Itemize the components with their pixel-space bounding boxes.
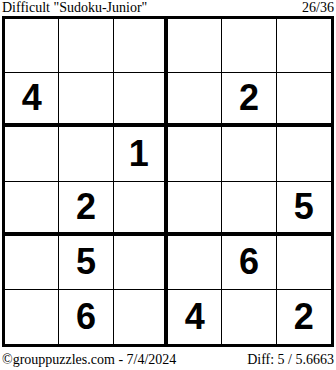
cell-r6c3-empty[interactable] <box>114 290 168 344</box>
cell-r1c2-empty[interactable] <box>59 19 113 73</box>
sudoku-board: 4212556642 <box>2 16 334 347</box>
cell-r4c3-empty[interactable] <box>114 182 168 236</box>
cell-r6c4-given-4: 4 <box>168 290 222 344</box>
header: Difficult "Sudoku-Junior" 26/36 <box>2 0 334 16</box>
solved-counter: 26/36 <box>302 0 334 15</box>
cell-r3c3-given-1: 1 <box>114 127 168 181</box>
cell-r3c6-empty[interactable] <box>277 127 331 181</box>
cell-r2c3-empty[interactable] <box>114 73 168 127</box>
cell-r6c2-given-6: 6 <box>59 290 113 344</box>
cell-r6c5-empty[interactable] <box>222 290 276 344</box>
cell-r2c5-given-2: 2 <box>222 73 276 127</box>
cell-r3c5-empty[interactable] <box>222 127 276 181</box>
copyright-text: ©grouppuzzles.com - 7/4/2024 <box>2 352 176 367</box>
cell-r4c2-given-2: 2 <box>59 182 113 236</box>
cell-r3c2-empty[interactable] <box>59 127 113 181</box>
cell-r5c4-empty[interactable] <box>168 236 222 290</box>
cell-r1c6-empty[interactable] <box>277 19 331 73</box>
cell-r4c1-empty[interactable] <box>5 182 59 236</box>
footer: ©grouppuzzles.com - 7/4/2024 Diff: 5 / 5… <box>2 352 334 367</box>
cell-r1c4-empty[interactable] <box>168 19 222 73</box>
cell-r5c3-empty[interactable] <box>114 236 168 290</box>
puzzle-page: Difficult "Sudoku-Junior" 26/36 42125566… <box>0 0 336 367</box>
difficulty-text: Diff: 5 / 5.6663 <box>247 352 334 367</box>
cell-r5c5-given-6: 6 <box>222 236 276 290</box>
puzzle-title: Difficult "Sudoku-Junior" <box>2 0 147 15</box>
cell-r1c5-empty[interactable] <box>222 19 276 73</box>
cell-r5c6-empty[interactable] <box>277 236 331 290</box>
cell-r2c2-empty[interactable] <box>59 73 113 127</box>
cell-r4c4-empty[interactable] <box>168 182 222 236</box>
cell-r6c6-given-2: 2 <box>277 290 331 344</box>
cell-r6c1-empty[interactable] <box>5 290 59 344</box>
cell-r3c4-empty[interactable] <box>168 127 222 181</box>
cell-r5c2-given-5: 5 <box>59 236 113 290</box>
cell-r5c1-empty[interactable] <box>5 236 59 290</box>
cell-r4c6-given-5: 5 <box>277 182 331 236</box>
cell-r2c6-empty[interactable] <box>277 73 331 127</box>
cell-r2c4-empty[interactable] <box>168 73 222 127</box>
cell-r1c1-empty[interactable] <box>5 19 59 73</box>
cell-r3c1-empty[interactable] <box>5 127 59 181</box>
cell-r1c3-empty[interactable] <box>114 19 168 73</box>
cell-r4c5-empty[interactable] <box>222 182 276 236</box>
cell-r2c1-given-4: 4 <box>5 73 59 127</box>
